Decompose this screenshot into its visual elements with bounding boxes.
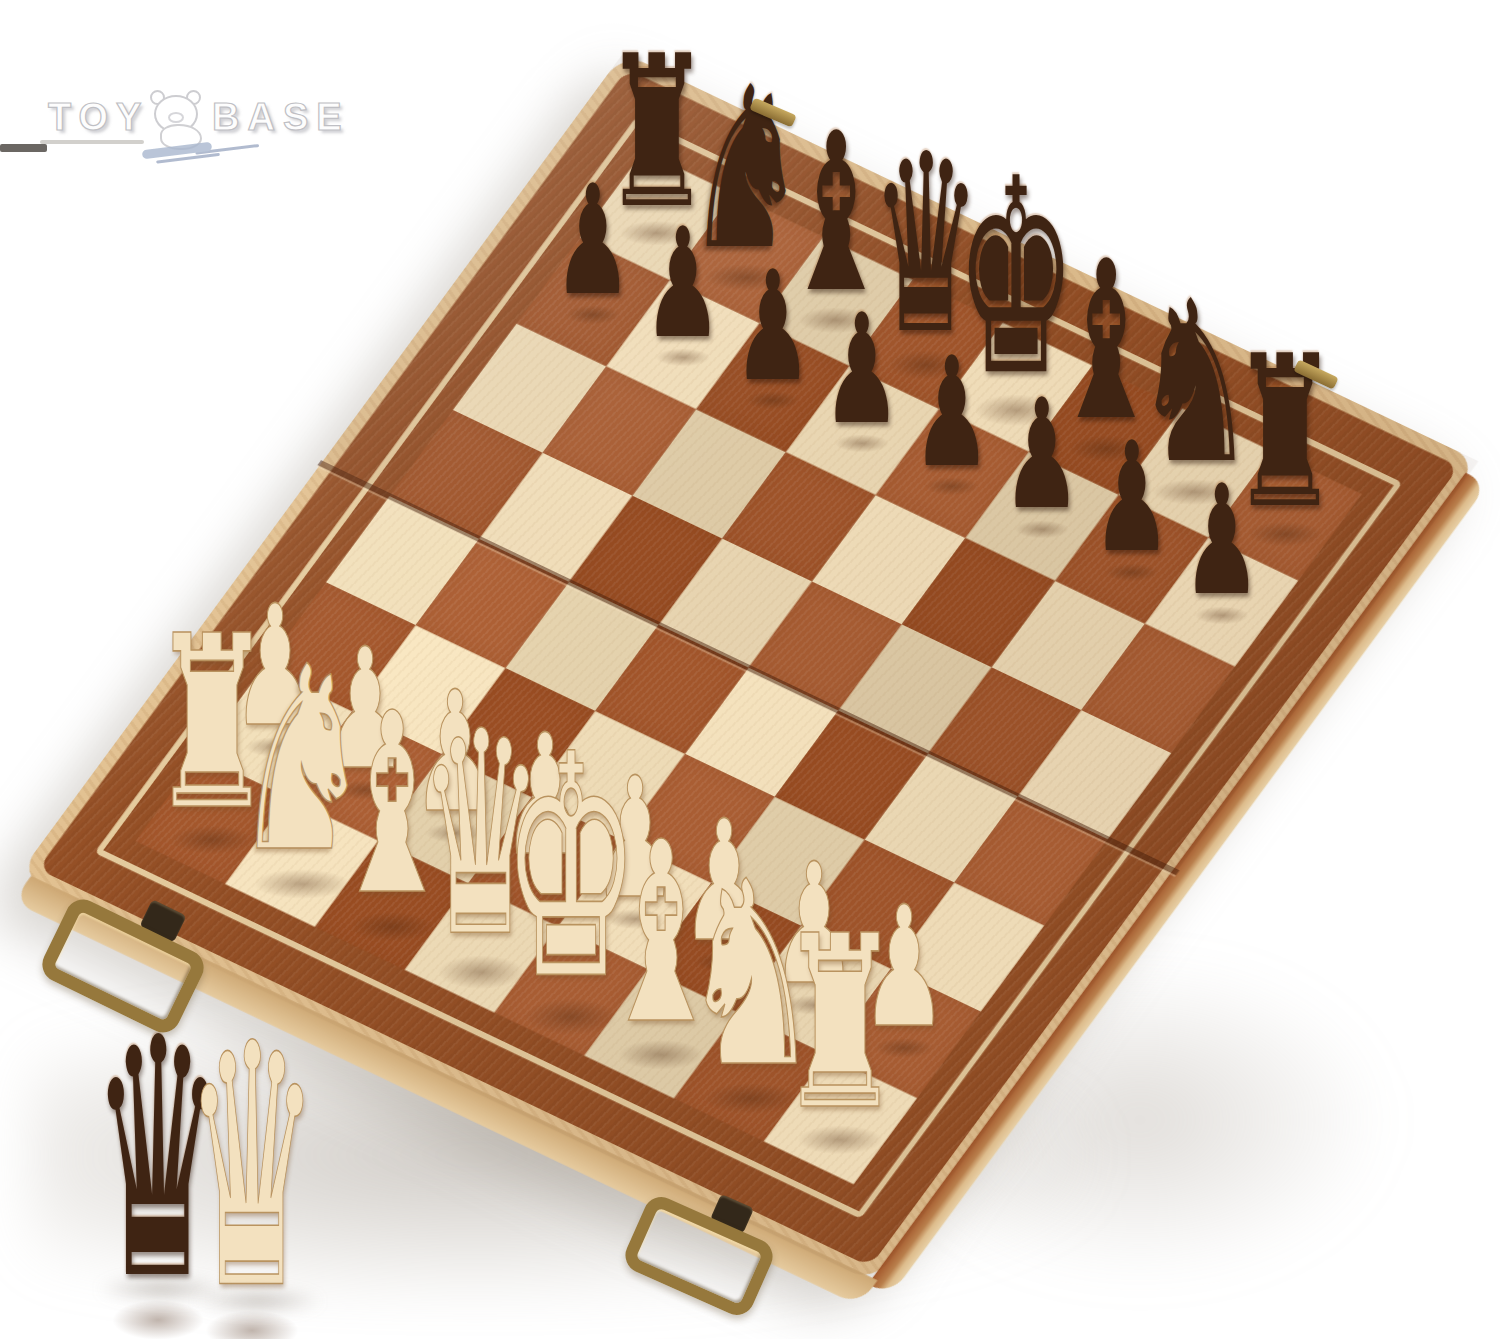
watermark-dash <box>0 144 47 152</box>
teddy-bear-icon <box>140 88 220 162</box>
brand-watermark: TOY BASE <box>40 88 380 174</box>
chess-board <box>19 53 1479 1283</box>
watermark-underline <box>40 140 144 144</box>
watermark-text-base: BASE <box>212 96 350 139</box>
watermark-text-toy: TOY <box>48 96 149 139</box>
spare-queen-shadow <box>192 1288 324 1314</box>
product-photo-stage: TOY BASE ♜♞♝♛♚♝♞♜♟♟♟♟♟♟♟♟♟♟♟♟♟♟♟♟♜♞♝♛♚♝♞… <box>0 0 1500 1339</box>
